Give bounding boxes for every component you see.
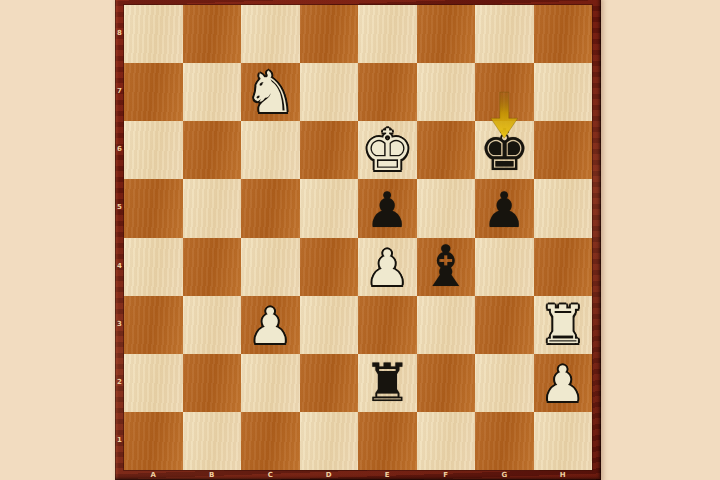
square-e7[interactable] <box>358 63 417 121</box>
square-f4[interactable]: ♝ <box>417 238 476 296</box>
black-pawn-g5[interactable]: ♟ <box>482 182 526 235</box>
square-a2[interactable] <box>124 354 183 412</box>
square-g6[interactable]: ♚ <box>475 121 534 179</box>
rank-label-7: 7 <box>115 88 124 95</box>
black-pawn-e5[interactable]: ♟ <box>365 182 409 235</box>
square-c8[interactable] <box>241 5 300 63</box>
square-b3[interactable] <box>183 296 242 354</box>
square-f3[interactable] <box>417 296 476 354</box>
square-b6[interactable] <box>183 121 242 179</box>
square-h2[interactable]: ♟ <box>534 354 593 412</box>
square-b5[interactable] <box>183 179 242 237</box>
square-f6[interactable] <box>417 121 476 179</box>
square-f5[interactable] <box>417 179 476 237</box>
square-g2[interactable] <box>475 354 534 412</box>
square-a8[interactable] <box>124 5 183 63</box>
square-e1[interactable] <box>358 412 417 470</box>
square-d2[interactable] <box>300 354 359 412</box>
white-pawn-c3[interactable]: ♟ <box>248 298 292 351</box>
board-frame: 87654321 ABCDEFGH ♞♚♚♟♟♟♝♟♜♜♟ <box>115 0 601 480</box>
square-d5[interactable] <box>300 179 359 237</box>
rank-label-8: 8 <box>115 30 124 37</box>
white-pawn-h2[interactable]: ♟ <box>541 356 585 409</box>
square-f1[interactable] <box>417 412 476 470</box>
square-e2[interactable]: ♜ <box>358 354 417 412</box>
white-pawn-e4[interactable]: ♟ <box>365 240 409 293</box>
black-rook-e2[interactable]: ♜ <box>363 356 411 409</box>
square-a7[interactable] <box>124 63 183 121</box>
square-d7[interactable] <box>300 63 359 121</box>
square-d3[interactable] <box>300 296 359 354</box>
rank-label-5: 5 <box>115 204 124 211</box>
square-g4[interactable] <box>475 238 534 296</box>
file-label-e: E <box>385 471 390 479</box>
square-h7[interactable] <box>534 63 593 121</box>
rank-label-3: 3 <box>115 321 124 328</box>
white-knight-c7[interactable]: ♞ <box>245 64 296 121</box>
square-c4[interactable] <box>241 238 300 296</box>
square-b7[interactable] <box>183 63 242 121</box>
chess-board: ♞♚♚♟♟♟♝♟♜♜♟ <box>124 5 592 470</box>
square-g8[interactable] <box>475 5 534 63</box>
file-label-f: F <box>443 471 448 479</box>
square-g3[interactable] <box>475 296 534 354</box>
white-king-e6[interactable]: ♚ <box>362 122 413 179</box>
file-label-g: G <box>501 471 507 479</box>
square-d1[interactable] <box>300 412 359 470</box>
square-e6[interactable]: ♚ <box>358 121 417 179</box>
square-c3[interactable]: ♟ <box>241 296 300 354</box>
square-c1[interactable] <box>241 412 300 470</box>
file-label-h: H <box>560 471 566 479</box>
square-d4[interactable] <box>300 238 359 296</box>
square-h5[interactable] <box>534 179 593 237</box>
square-h3[interactable]: ♜ <box>534 296 593 354</box>
square-e5[interactable]: ♟ <box>358 179 417 237</box>
black-bishop-f4[interactable]: ♝ <box>420 238 471 295</box>
square-c2[interactable] <box>241 354 300 412</box>
square-h6[interactable] <box>534 121 593 179</box>
file-label-b: B <box>209 471 214 479</box>
square-h4[interactable] <box>534 238 593 296</box>
square-a1[interactable] <box>124 412 183 470</box>
square-e4[interactable]: ♟ <box>358 238 417 296</box>
file-label-a: A <box>151 471 156 479</box>
square-d6[interactable] <box>300 121 359 179</box>
square-c5[interactable] <box>241 179 300 237</box>
square-a6[interactable] <box>124 121 183 179</box>
square-b4[interactable] <box>183 238 242 296</box>
square-b8[interactable] <box>183 5 242 63</box>
square-g5[interactable]: ♟ <box>475 179 534 237</box>
rank-label-6: 6 <box>115 146 124 153</box>
square-h8[interactable] <box>534 5 593 63</box>
rank-labels: 87654321 <box>115 5 124 470</box>
file-labels: ABCDEFGH <box>124 470 592 480</box>
square-e8[interactable] <box>358 5 417 63</box>
square-f2[interactable] <box>417 354 476 412</box>
file-label-c: C <box>268 471 273 479</box>
black-king-g6[interactable]: ♚ <box>479 122 530 179</box>
square-h1[interactable] <box>534 412 593 470</box>
square-e3[interactable] <box>358 296 417 354</box>
square-c7[interactable]: ♞ <box>241 63 300 121</box>
square-b2[interactable] <box>183 354 242 412</box>
file-label-d: D <box>326 471 332 479</box>
rank-label-1: 1 <box>115 437 124 444</box>
square-c6[interactable] <box>241 121 300 179</box>
square-f8[interactable] <box>417 5 476 63</box>
square-b1[interactable] <box>183 412 242 470</box>
white-rook-h3[interactable]: ♜ <box>539 298 587 351</box>
square-d8[interactable] <box>300 5 359 63</box>
square-f7[interactable] <box>417 63 476 121</box>
square-a4[interactable] <box>124 238 183 296</box>
square-g7[interactable] <box>475 63 534 121</box>
square-g1[interactable] <box>475 412 534 470</box>
square-a5[interactable] <box>124 179 183 237</box>
rank-label-2: 2 <box>115 379 124 386</box>
rank-label-4: 4 <box>115 263 124 270</box>
square-a3[interactable] <box>124 296 183 354</box>
